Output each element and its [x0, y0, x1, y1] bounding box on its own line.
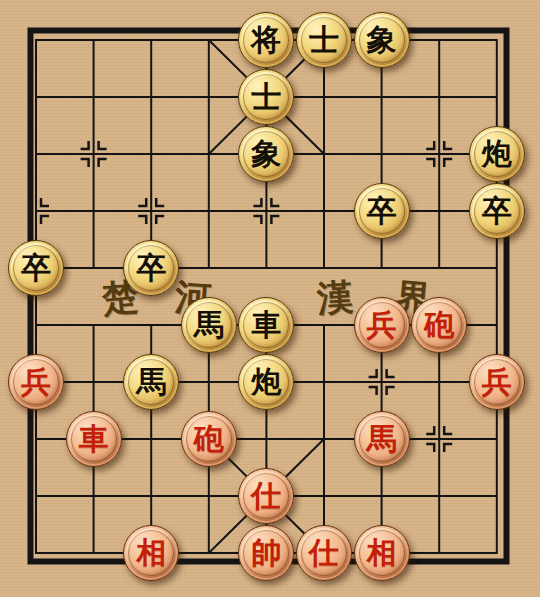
piece-red-soldier[interactable]: 兵	[8, 354, 64, 410]
piece-black-soldier[interactable]: 卒	[354, 183, 410, 239]
piece-black-elephant[interactable]: 象	[354, 12, 410, 68]
piece-red-soldier[interactable]: 兵	[469, 354, 525, 410]
piece-glyph: 卒	[367, 196, 397, 226]
piece-glyph: 象	[251, 139, 281, 169]
piece-glyph: 炮	[482, 139, 512, 169]
piece-glyph: 炮	[251, 367, 281, 397]
piece-glyph: 相	[136, 538, 166, 568]
pieces-grid: 将士象士象炮卒卒卒卒馬車兵砲兵馬炮兵車砲馬仕相帥仕相	[7, 12, 525, 582]
piece-glyph: 兵	[21, 367, 51, 397]
piece-glyph: 士	[309, 25, 339, 55]
piece-red-general[interactable]: 帥	[238, 525, 294, 581]
piece-glyph: 卒	[136, 253, 166, 283]
piece-glyph: 兵	[367, 310, 397, 340]
piece-red-advisor[interactable]: 仕	[238, 468, 294, 524]
piece-glyph: 帥	[251, 538, 281, 568]
piece-glyph: 兵	[482, 367, 512, 397]
piece-black-advisor[interactable]: 士	[296, 12, 352, 68]
piece-black-horse[interactable]: 馬	[123, 354, 179, 410]
piece-red-soldier[interactable]: 兵	[354, 297, 410, 353]
piece-red-cannon[interactable]: 砲	[411, 297, 467, 353]
piece-black-soldier[interactable]: 卒	[8, 240, 64, 296]
piece-red-chariot[interactable]: 車	[66, 411, 122, 467]
piece-black-elephant[interactable]: 象	[238, 126, 294, 182]
piece-black-horse[interactable]: 馬	[181, 297, 237, 353]
piece-glyph: 仕	[251, 481, 281, 511]
piece-red-advisor[interactable]: 仕	[296, 525, 352, 581]
piece-black-chariot[interactable]: 車	[238, 297, 294, 353]
piece-glyph: 相	[367, 538, 397, 568]
piece-glyph: 卒	[482, 196, 512, 226]
piece-black-advisor[interactable]: 士	[238, 69, 294, 125]
piece-black-general[interactable]: 将	[238, 12, 294, 68]
piece-glyph: 象	[367, 25, 397, 55]
piece-glyph: 砲	[194, 424, 224, 454]
piece-red-elephant[interactable]: 相	[123, 525, 179, 581]
piece-glyph: 車	[79, 424, 109, 454]
piece-black-cannon[interactable]: 炮	[238, 354, 294, 410]
piece-glyph: 卒	[21, 253, 51, 283]
piece-red-horse[interactable]: 馬	[354, 411, 410, 467]
piece-black-soldier[interactable]: 卒	[123, 240, 179, 296]
piece-glyph: 車	[251, 310, 281, 340]
piece-red-elephant[interactable]: 相	[354, 525, 410, 581]
piece-glyph: 馬	[367, 424, 397, 454]
piece-black-soldier[interactable]: 卒	[469, 183, 525, 239]
piece-glyph: 将	[251, 25, 281, 55]
piece-glyph: 砲	[424, 310, 454, 340]
piece-glyph: 馬	[136, 367, 166, 397]
piece-red-cannon[interactable]: 砲	[181, 411, 237, 467]
xiangqi-board-screenshot: 楚河漢界 将士象士象炮卒卒卒卒馬車兵砲兵馬炮兵車砲馬仕相帥仕相	[0, 0, 540, 597]
piece-black-cannon[interactable]: 炮	[469, 126, 525, 182]
piece-glyph: 仕	[309, 538, 339, 568]
piece-glyph: 馬	[194, 310, 224, 340]
piece-glyph: 士	[251, 82, 281, 112]
